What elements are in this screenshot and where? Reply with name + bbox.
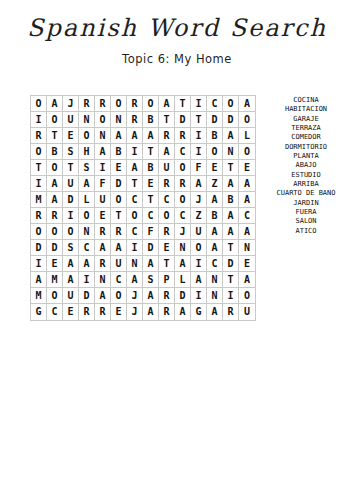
grid-cell-r14c9: R bbox=[159, 304, 175, 320]
grid-cell-r10c10: N bbox=[175, 240, 191, 256]
word-list-item: COCINA bbox=[258, 96, 354, 105]
grid-cell-r9c10: J bbox=[175, 224, 191, 240]
grid-cell-r11c13: D bbox=[223, 256, 239, 272]
grid-cell-r13c2: O bbox=[47, 288, 63, 304]
grid-cell-r1c2: A bbox=[47, 96, 63, 112]
word-list-item: COMEDOR bbox=[258, 133, 354, 142]
grid-cell-r2c6: N bbox=[111, 112, 127, 128]
grid-cell-r3c11: I bbox=[191, 128, 207, 144]
grid-cell-r2c12: D bbox=[207, 112, 223, 128]
grid-cell-r13c14: O bbox=[239, 288, 255, 304]
grid-cell-r5c8: B bbox=[143, 160, 159, 176]
grid-cell-r7c3: D bbox=[63, 192, 79, 208]
grid-cell-r8c4: O bbox=[79, 208, 95, 224]
grid-cell-r8c12: B bbox=[207, 208, 223, 224]
grid-cell-r8c8: C bbox=[143, 208, 159, 224]
grid-cell-r9c11: U bbox=[191, 224, 207, 240]
grid-cell-r14c3: E bbox=[63, 304, 79, 320]
grid-cell-r3c14: L bbox=[239, 128, 255, 144]
grid-cell-r14c12: A bbox=[207, 304, 223, 320]
grid-cell-r5c11: F bbox=[191, 160, 207, 176]
grid-cell-r8c3: I bbox=[63, 208, 79, 224]
grid-cell-r11c11: I bbox=[191, 256, 207, 272]
grid-cell-r1c14: A bbox=[239, 96, 255, 112]
page-title: Spanish Word Search bbox=[0, 14, 354, 42]
grid-cell-r6c6: D bbox=[111, 176, 127, 192]
grid-cell-r7c6: O bbox=[111, 192, 127, 208]
grid-cell-r5c12: E bbox=[207, 160, 223, 176]
grid-cell-r10c13: T bbox=[223, 240, 239, 256]
grid-cell-r7c2: A bbox=[47, 192, 63, 208]
grid-cell-r7c4: L bbox=[79, 192, 95, 208]
grid-cell-r1c13: O bbox=[223, 96, 239, 112]
grid-cell-r7c9: C bbox=[159, 192, 175, 208]
grid-cell-r4c7: I bbox=[127, 144, 143, 160]
grid-cell-r2c4: N bbox=[79, 112, 95, 128]
grid-cell-r3c4: O bbox=[79, 128, 95, 144]
grid-cell-r7c11: J bbox=[191, 192, 207, 208]
grid-cell-r8c1: R bbox=[31, 208, 47, 224]
grid-cell-r9c13: A bbox=[223, 224, 239, 240]
grid-cell-r7c1: M bbox=[31, 192, 47, 208]
grid-cell-r3c9: R bbox=[159, 128, 175, 144]
word-list-item: ATICO bbox=[258, 227, 354, 236]
grid-cell-r11c14: E bbox=[239, 256, 255, 272]
grid-cell-r4c6: B bbox=[111, 144, 127, 160]
grid-cell-r10c11: O bbox=[191, 240, 207, 256]
word-list-item: PLANTA bbox=[258, 152, 354, 161]
word-list-item: DORMITORIO bbox=[258, 143, 354, 152]
grid-cell-r12c11: A bbox=[191, 272, 207, 288]
grid-cell-r14c1: G bbox=[31, 304, 47, 320]
grid-cell-r1c12: C bbox=[207, 96, 223, 112]
grid-cell-r2c14: O bbox=[239, 112, 255, 128]
grid-cell-r1c4: R bbox=[79, 96, 95, 112]
grid-cell-r11c1: I bbox=[31, 256, 47, 272]
grid-cell-r12c9: P bbox=[159, 272, 175, 288]
grid-cell-r5c6: E bbox=[111, 160, 127, 176]
grid-cell-r4c5: A bbox=[95, 144, 111, 160]
grid-cell-r12c13: T bbox=[223, 272, 239, 288]
grid-cell-r10c1: D bbox=[31, 240, 47, 256]
grid-cell-r13c10: D bbox=[175, 288, 191, 304]
grid-cell-r1c10: T bbox=[175, 96, 191, 112]
grid-cell-r6c8: E bbox=[143, 176, 159, 192]
grid-cell-r4c13: N bbox=[223, 144, 239, 160]
grid-cell-r3c10: R bbox=[175, 128, 191, 144]
grid-cell-r13c11: I bbox=[191, 288, 207, 304]
grid-cell-r1c7: R bbox=[127, 96, 143, 112]
grid-cell-r2c7: R bbox=[127, 112, 143, 128]
grid-cell-r4c2: B bbox=[47, 144, 63, 160]
grid-cell-r1c9: A bbox=[159, 96, 175, 112]
word-list-item: FUERA bbox=[258, 208, 354, 217]
grid-cell-r7c10: O bbox=[175, 192, 191, 208]
grid-cell-r5c2: O bbox=[47, 160, 63, 176]
grid-cell-r4c9: A bbox=[159, 144, 175, 160]
grid-cell-r9c14: A bbox=[239, 224, 255, 240]
grid-cell-r3c6: A bbox=[111, 128, 127, 144]
grid-cell-r14c11: G bbox=[191, 304, 207, 320]
grid-cell-r14c14: U bbox=[239, 304, 255, 320]
grid-cell-r3c3: E bbox=[63, 128, 79, 144]
grid-cell-r10c5: A bbox=[95, 240, 111, 256]
word-list-item: GARAJE bbox=[258, 115, 354, 124]
grid-cell-r13c5: A bbox=[95, 288, 111, 304]
word-list-item: TERRAZA bbox=[258, 124, 354, 133]
word-list-item: ESTUDIO bbox=[258, 171, 354, 180]
grid-cell-r2c13: D bbox=[223, 112, 239, 128]
grid-cell-r14c10: A bbox=[175, 304, 191, 320]
grid-cell-r12c1: A bbox=[31, 272, 47, 288]
grid-cell-r12c12: N bbox=[207, 272, 223, 288]
grid-cell-r4c4: H bbox=[79, 144, 95, 160]
grid-cell-r11c3: A bbox=[63, 256, 79, 272]
grid-cell-r5c9: U bbox=[159, 160, 175, 176]
grid-cell-r3c12: B bbox=[207, 128, 223, 144]
grid-cell-r7c14: A bbox=[239, 192, 255, 208]
grid-cell-r4c12: O bbox=[207, 144, 223, 160]
page-subtitle: Topic 6: My Home bbox=[0, 52, 354, 66]
grid-cell-r14c2: C bbox=[47, 304, 63, 320]
grid-cell-r11c5: R bbox=[95, 256, 111, 272]
grid-cell-r12c6: C bbox=[111, 272, 127, 288]
grid-cell-r11c9: T bbox=[159, 256, 175, 272]
grid-cell-r8c9: O bbox=[159, 208, 175, 224]
grid-cell-r5c14: E bbox=[239, 160, 255, 176]
word-list-item: CUARTO DE BANO bbox=[258, 189, 354, 198]
grid-cell-r14c4: R bbox=[79, 304, 95, 320]
grid-cell-r11c2: E bbox=[47, 256, 63, 272]
grid-cell-r3c5: N bbox=[95, 128, 111, 144]
grid-cell-r9c4: N bbox=[79, 224, 95, 240]
grid-cell-r11c6: U bbox=[111, 256, 127, 272]
grid-cell-r12c3: A bbox=[63, 272, 79, 288]
grid-cell-r13c4: D bbox=[79, 288, 95, 304]
grid-cell-r4c1: O bbox=[31, 144, 47, 160]
grid-cell-r4c8: T bbox=[143, 144, 159, 160]
grid-cell-r4c11: I bbox=[191, 144, 207, 160]
grid-cell-r9c7: C bbox=[127, 224, 143, 240]
grid-cell-r2c3: U bbox=[63, 112, 79, 128]
grid-cell-r5c10: O bbox=[175, 160, 191, 176]
grid-cell-r7c8: T bbox=[143, 192, 159, 208]
word-search-grid: OAJRROROATICOAIOUNONRBTDTDDORTEONAAARRIB… bbox=[30, 95, 256, 321]
grid-cell-r5c3: T bbox=[63, 160, 79, 176]
grid-cell-r7c13: B bbox=[223, 192, 239, 208]
grid-cell-r1c3: J bbox=[63, 96, 79, 112]
grid-cell-r2c5: O bbox=[95, 112, 111, 128]
grid-cell-r14c7: J bbox=[127, 304, 143, 320]
grid-cell-r1c6: O bbox=[111, 96, 127, 112]
grid-cell-r10c2: D bbox=[47, 240, 63, 256]
grid-cell-r8c10: C bbox=[175, 208, 191, 224]
grid-cell-r9c2: O bbox=[47, 224, 63, 240]
grid-cell-r1c1: O bbox=[31, 96, 47, 112]
grid-cell-r10c3: S bbox=[63, 240, 79, 256]
grid-cell-r9c12: A bbox=[207, 224, 223, 240]
grid-cell-r3c2: T bbox=[47, 128, 63, 144]
word-list-item: JARDIN bbox=[258, 199, 354, 208]
grid-cell-r7c7: C bbox=[127, 192, 143, 208]
grid-cell-r6c14: A bbox=[239, 176, 255, 192]
grid-cell-r10c14: N bbox=[239, 240, 255, 256]
worksheet-page: Spanish Word Search Topic 6: My Home OAJ… bbox=[0, 0, 354, 500]
grid-cell-r10c12: A bbox=[207, 240, 223, 256]
grid-cell-r8c7: O bbox=[127, 208, 143, 224]
grid-cell-r6c10: R bbox=[175, 176, 191, 192]
grid-cell-r2c8: B bbox=[143, 112, 159, 128]
grid-cell-r2c2: O bbox=[47, 112, 63, 128]
word-list-item: SALON bbox=[258, 217, 354, 226]
grid-cell-r7c5: U bbox=[95, 192, 111, 208]
grid-cell-r8c2: R bbox=[47, 208, 63, 224]
grid-cell-r12c2: M bbox=[47, 272, 63, 288]
word-list-item: HABITACION bbox=[258, 105, 354, 114]
grid-cell-r9c5: R bbox=[95, 224, 111, 240]
grid-cell-r8c14: C bbox=[239, 208, 255, 224]
grid-cell-r5c4: S bbox=[79, 160, 95, 176]
grid-cell-r10c9: E bbox=[159, 240, 175, 256]
grid-cell-r12c10: L bbox=[175, 272, 191, 288]
grid-cell-r6c12: Z bbox=[207, 176, 223, 192]
grid-cell-r9c9: R bbox=[159, 224, 175, 240]
grid-cell-r8c6: T bbox=[111, 208, 127, 224]
grid-cell-r8c11: Z bbox=[191, 208, 207, 224]
grid-cell-r4c10: C bbox=[175, 144, 191, 160]
grid-cell-r9c3: O bbox=[63, 224, 79, 240]
grid-cell-r14c5: R bbox=[95, 304, 111, 320]
grid-cell-r13c12: N bbox=[207, 288, 223, 304]
grid-cell-r4c3: S bbox=[63, 144, 79, 160]
grid-cell-r12c8: S bbox=[143, 272, 159, 288]
grid-cell-r10c4: C bbox=[79, 240, 95, 256]
grid-cell-r6c5: F bbox=[95, 176, 111, 192]
grid-cell-r11c12: C bbox=[207, 256, 223, 272]
grid-cell-r11c7: N bbox=[127, 256, 143, 272]
grid-cell-r13c13: I bbox=[223, 288, 239, 304]
grid-cell-r12c7: A bbox=[127, 272, 143, 288]
grid-cell-r9c6: R bbox=[111, 224, 127, 240]
grid-cell-r10c7: I bbox=[127, 240, 143, 256]
grid-cell-r10c6: A bbox=[111, 240, 127, 256]
grid-cell-r13c9: R bbox=[159, 288, 175, 304]
grid-cell-r5c5: I bbox=[95, 160, 111, 176]
grid-cell-r4c14: O bbox=[239, 144, 255, 160]
grid-cell-r13c7: J bbox=[127, 288, 143, 304]
grid-cell-r1c11: I bbox=[191, 96, 207, 112]
grid-cell-r10c8: D bbox=[143, 240, 159, 256]
grid-cell-r8c13: A bbox=[223, 208, 239, 224]
grid-cell-r6c2: A bbox=[47, 176, 63, 192]
grid-cell-r14c13: R bbox=[223, 304, 239, 320]
grid-cell-r3c8: A bbox=[143, 128, 159, 144]
grid-cell-r13c6: O bbox=[111, 288, 127, 304]
grid-cell-r11c4: A bbox=[79, 256, 95, 272]
grid-cell-r1c5: R bbox=[95, 96, 111, 112]
grid-cell-r3c13: A bbox=[223, 128, 239, 144]
grid-cell-r6c13: A bbox=[223, 176, 239, 192]
grid-cell-r8c5: E bbox=[95, 208, 111, 224]
grid-cell-r6c4: A bbox=[79, 176, 95, 192]
grid-cell-r2c10: D bbox=[175, 112, 191, 128]
grid-cell-r13c8: A bbox=[143, 288, 159, 304]
grid-cell-r6c7: T bbox=[127, 176, 143, 192]
word-list-item: ARRIBA bbox=[258, 180, 354, 189]
word-list-item: ABAJO bbox=[258, 161, 354, 170]
grid-cell-r2c1: I bbox=[31, 112, 47, 128]
grid-cell-r3c1: R bbox=[31, 128, 47, 144]
grid-cell-r14c6: E bbox=[111, 304, 127, 320]
grid-cell-r2c11: T bbox=[191, 112, 207, 128]
grid-cell-r9c8: F bbox=[143, 224, 159, 240]
grid-cell-r7c12: A bbox=[207, 192, 223, 208]
grid-cell-r6c11: A bbox=[191, 176, 207, 192]
word-list: COCINAHABITACIONGARAJETERRAZACOMEDORDORM… bbox=[258, 96, 354, 236]
grid-cell-r14c8: A bbox=[143, 304, 159, 320]
grid-cell-r5c1: T bbox=[31, 160, 47, 176]
grid-cell-r12c4: I bbox=[79, 272, 95, 288]
grid-cell-r6c3: U bbox=[63, 176, 79, 192]
grid-cell-r1c8: O bbox=[143, 96, 159, 112]
grid-cell-r6c9: R bbox=[159, 176, 175, 192]
grid-cell-r11c10: A bbox=[175, 256, 191, 272]
grid-cell-r12c14: A bbox=[239, 272, 255, 288]
grid-cell-r6c1: I bbox=[31, 176, 47, 192]
grid-cell-r5c7: A bbox=[127, 160, 143, 176]
grid-cell-r13c3: U bbox=[63, 288, 79, 304]
grid-cell-r13c1: M bbox=[31, 288, 47, 304]
grid-cell-r12c5: N bbox=[95, 272, 111, 288]
grid-cell-r5c13: T bbox=[223, 160, 239, 176]
grid-cell-r11c8: A bbox=[143, 256, 159, 272]
grid-cell-r3c7: A bbox=[127, 128, 143, 144]
grid-cell-r2c9: T bbox=[159, 112, 175, 128]
grid-cell-r9c1: O bbox=[31, 224, 47, 240]
